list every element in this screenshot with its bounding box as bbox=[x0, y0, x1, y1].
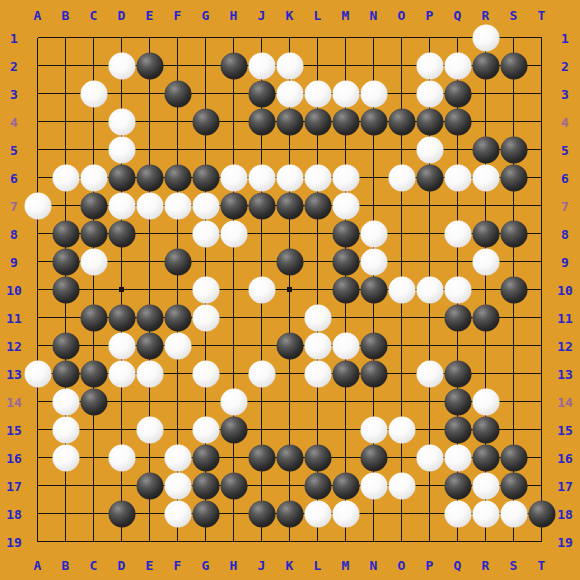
stone-white-N3 bbox=[360, 80, 387, 107]
stone-white-D7 bbox=[108, 192, 135, 219]
stone-black-D6 bbox=[108, 164, 135, 191]
col-label-bottom-K: K bbox=[286, 558, 294, 573]
row-label-left-18: 18 bbox=[6, 506, 22, 521]
col-label-bottom-L: L bbox=[314, 558, 322, 573]
stone-white-G11 bbox=[192, 304, 219, 331]
stone-black-M10 bbox=[332, 276, 359, 303]
stone-black-H2 bbox=[220, 52, 247, 79]
col-label-bottom-F: F bbox=[174, 558, 182, 573]
stone-black-C7 bbox=[80, 192, 107, 219]
stone-white-J10 bbox=[248, 276, 275, 303]
row-label-right-19: 19 bbox=[557, 534, 573, 549]
row-label-left-16: 16 bbox=[6, 450, 22, 465]
col-label-bottom-D: D bbox=[118, 558, 126, 573]
stone-black-Q11 bbox=[444, 304, 471, 331]
row-label-left-9: 9 bbox=[10, 254, 18, 269]
row-label-right-14: 14 bbox=[557, 394, 573, 409]
stone-white-D13 bbox=[108, 360, 135, 387]
stone-black-J7 bbox=[248, 192, 275, 219]
stone-white-M12 bbox=[332, 332, 359, 359]
col-label-bottom-N: N bbox=[370, 558, 378, 573]
stone-white-F7 bbox=[164, 192, 191, 219]
stone-black-C13 bbox=[80, 360, 107, 387]
stone-black-N4 bbox=[360, 108, 387, 135]
row-label-right-7: 7 bbox=[561, 198, 569, 213]
row-label-right-10: 10 bbox=[557, 282, 573, 297]
stone-white-D5 bbox=[108, 136, 135, 163]
stone-black-K12 bbox=[276, 332, 303, 359]
stone-white-G13 bbox=[192, 360, 219, 387]
col-label-bottom-B: B bbox=[62, 558, 70, 573]
stone-white-G10 bbox=[192, 276, 219, 303]
row-label-right-2: 2 bbox=[561, 58, 569, 73]
col-label-top-J: J bbox=[258, 8, 266, 23]
stone-black-J4 bbox=[248, 108, 275, 135]
stone-white-N15 bbox=[360, 416, 387, 443]
col-label-top-P: P bbox=[426, 8, 434, 23]
stone-white-P10 bbox=[416, 276, 443, 303]
row-label-left-10: 10 bbox=[6, 282, 22, 297]
stone-white-S18 bbox=[500, 500, 527, 527]
col-label-top-O: O bbox=[398, 8, 406, 23]
stone-white-N17 bbox=[360, 472, 387, 499]
stone-white-M3 bbox=[332, 80, 359, 107]
row-label-left-1: 1 bbox=[10, 30, 18, 45]
stone-white-L13 bbox=[304, 360, 331, 387]
stone-black-F11 bbox=[164, 304, 191, 331]
stone-black-H7 bbox=[220, 192, 247, 219]
stone-black-F6 bbox=[164, 164, 191, 191]
stone-black-S17 bbox=[500, 472, 527, 499]
stone-white-M18 bbox=[332, 500, 359, 527]
stone-black-L16 bbox=[304, 444, 331, 471]
stone-white-G7 bbox=[192, 192, 219, 219]
stone-black-B9 bbox=[52, 248, 79, 275]
stone-black-G17 bbox=[192, 472, 219, 499]
stone-black-L4 bbox=[304, 108, 331, 135]
stone-black-R15 bbox=[472, 416, 499, 443]
row-label-left-3: 3 bbox=[10, 86, 18, 101]
stone-black-S6 bbox=[500, 164, 527, 191]
stone-black-Q3 bbox=[444, 80, 471, 107]
stone-white-B6 bbox=[52, 164, 79, 191]
stone-white-P3 bbox=[416, 80, 443, 107]
stone-white-M6 bbox=[332, 164, 359, 191]
stone-white-J2 bbox=[248, 52, 275, 79]
stone-black-Q14 bbox=[444, 388, 471, 415]
row-label-left-17: 17 bbox=[6, 478, 22, 493]
stone-black-G18 bbox=[192, 500, 219, 527]
stone-black-Q4 bbox=[444, 108, 471, 135]
stone-white-Q2 bbox=[444, 52, 471, 79]
stone-black-R2 bbox=[472, 52, 499, 79]
stone-white-A13 bbox=[24, 360, 51, 387]
stone-black-J3 bbox=[248, 80, 275, 107]
row-label-left-2: 2 bbox=[10, 58, 18, 73]
stone-white-R9 bbox=[472, 248, 499, 275]
stone-white-H14 bbox=[220, 388, 247, 415]
stone-white-O6 bbox=[388, 164, 415, 191]
row-label-right-12: 12 bbox=[557, 338, 573, 353]
stone-white-H8 bbox=[220, 220, 247, 247]
row-label-right-1: 1 bbox=[561, 30, 569, 45]
stone-white-E13 bbox=[136, 360, 163, 387]
col-label-bottom-H: H bbox=[230, 558, 238, 573]
stone-black-N12 bbox=[360, 332, 387, 359]
stone-black-N13 bbox=[360, 360, 387, 387]
stone-black-Q17 bbox=[444, 472, 471, 499]
stone-white-K2 bbox=[276, 52, 303, 79]
stone-white-P5 bbox=[416, 136, 443, 163]
stone-black-M13 bbox=[332, 360, 359, 387]
stone-white-R1 bbox=[472, 24, 499, 51]
stone-white-M7 bbox=[332, 192, 359, 219]
row-label-left-5: 5 bbox=[10, 142, 18, 157]
row-label-right-8: 8 bbox=[561, 226, 569, 241]
row-label-right-15: 15 bbox=[557, 422, 573, 437]
col-label-top-H: H bbox=[230, 8, 238, 23]
row-label-right-3: 3 bbox=[561, 86, 569, 101]
stone-white-R18 bbox=[472, 500, 499, 527]
stone-black-H15 bbox=[220, 416, 247, 443]
stone-black-P4 bbox=[416, 108, 443, 135]
stone-white-R17 bbox=[472, 472, 499, 499]
col-label-bottom-Q: Q bbox=[454, 558, 462, 573]
stone-white-A7 bbox=[24, 192, 51, 219]
stone-black-G4 bbox=[192, 108, 219, 135]
row-label-right-9: 9 bbox=[561, 254, 569, 269]
stone-white-B16 bbox=[52, 444, 79, 471]
stone-white-K6 bbox=[276, 164, 303, 191]
col-label-top-C: C bbox=[90, 8, 98, 23]
stone-black-G16 bbox=[192, 444, 219, 471]
board-play-area[interactable] bbox=[0, 0, 580, 580]
stone-white-D12 bbox=[108, 332, 135, 359]
stone-white-P2 bbox=[416, 52, 443, 79]
stone-white-K3 bbox=[276, 80, 303, 107]
col-label-bottom-S: S bbox=[510, 558, 518, 573]
stone-black-Q13 bbox=[444, 360, 471, 387]
col-label-top-Q: Q bbox=[454, 8, 462, 23]
stone-black-K4 bbox=[276, 108, 303, 135]
col-label-top-F: F bbox=[174, 8, 182, 23]
stone-black-D11 bbox=[108, 304, 135, 331]
stone-black-H17 bbox=[220, 472, 247, 499]
stone-black-B8 bbox=[52, 220, 79, 247]
row-label-left-13: 13 bbox=[6, 366, 22, 381]
stone-white-J6 bbox=[248, 164, 275, 191]
stone-black-E12 bbox=[136, 332, 163, 359]
stone-white-Q6 bbox=[444, 164, 471, 191]
stone-black-S5 bbox=[500, 136, 527, 163]
col-label-bottom-R: R bbox=[482, 558, 490, 573]
stone-white-B15 bbox=[52, 416, 79, 443]
stone-black-Q15 bbox=[444, 416, 471, 443]
stone-black-E6 bbox=[136, 164, 163, 191]
stone-white-L18 bbox=[304, 500, 331, 527]
stone-white-C3 bbox=[80, 80, 107, 107]
stone-black-L7 bbox=[304, 192, 331, 219]
stone-black-N10 bbox=[360, 276, 387, 303]
col-label-top-K: K bbox=[286, 8, 294, 23]
row-label-right-16: 16 bbox=[557, 450, 573, 465]
row-label-left-14: 14 bbox=[6, 394, 22, 409]
row-label-right-13: 13 bbox=[557, 366, 573, 381]
row-label-left-11: 11 bbox=[6, 310, 22, 325]
stone-black-T18 bbox=[528, 500, 555, 527]
go-board: AABBCCDDEEFFGGHHJJKKLLMMNNOOPPQQRRSSTT11… bbox=[0, 0, 580, 580]
stone-black-S10 bbox=[500, 276, 527, 303]
col-label-top-T: T bbox=[538, 8, 546, 23]
stone-white-P16 bbox=[416, 444, 443, 471]
row-label-left-8: 8 bbox=[10, 226, 18, 241]
row-label-left-7: 7 bbox=[10, 198, 18, 213]
col-label-bottom-C: C bbox=[90, 558, 98, 573]
stone-black-P6 bbox=[416, 164, 443, 191]
stone-black-R5 bbox=[472, 136, 499, 163]
stone-black-R16 bbox=[472, 444, 499, 471]
stone-white-F16 bbox=[164, 444, 191, 471]
stone-white-L11 bbox=[304, 304, 331, 331]
col-label-top-L: L bbox=[314, 8, 322, 23]
stone-white-H6 bbox=[220, 164, 247, 191]
stone-white-D2 bbox=[108, 52, 135, 79]
stone-white-E15 bbox=[136, 416, 163, 443]
col-label-bottom-A: A bbox=[34, 558, 42, 573]
stone-black-O4 bbox=[388, 108, 415, 135]
stone-black-C8 bbox=[80, 220, 107, 247]
col-label-top-N: N bbox=[370, 8, 378, 23]
row-label-right-4: 4 bbox=[561, 114, 569, 129]
col-label-bottom-E: E bbox=[146, 558, 154, 573]
col-label-top-G: G bbox=[202, 8, 210, 23]
stone-black-S8 bbox=[500, 220, 527, 247]
stone-white-J13 bbox=[248, 360, 275, 387]
stone-black-K9 bbox=[276, 248, 303, 275]
stone-white-Q18 bbox=[444, 500, 471, 527]
stone-black-N16 bbox=[360, 444, 387, 471]
stone-white-D16 bbox=[108, 444, 135, 471]
row-label-left-15: 15 bbox=[6, 422, 22, 437]
col-label-top-B: B bbox=[62, 8, 70, 23]
col-label-bottom-T: T bbox=[538, 558, 546, 573]
stone-black-D18 bbox=[108, 500, 135, 527]
stone-black-C11 bbox=[80, 304, 107, 331]
stone-black-R11 bbox=[472, 304, 499, 331]
col-label-bottom-O: O bbox=[398, 558, 406, 573]
stone-black-E11 bbox=[136, 304, 163, 331]
stone-black-M9 bbox=[332, 248, 359, 275]
stone-white-Q10 bbox=[444, 276, 471, 303]
stone-white-N8 bbox=[360, 220, 387, 247]
stone-white-B14 bbox=[52, 388, 79, 415]
stone-white-O15 bbox=[388, 416, 415, 443]
stone-black-S16 bbox=[500, 444, 527, 471]
col-label-top-M: M bbox=[342, 8, 350, 23]
stone-black-M4 bbox=[332, 108, 359, 135]
row-label-right-17: 17 bbox=[557, 478, 573, 493]
col-label-bottom-G: G bbox=[202, 558, 210, 573]
row-label-left-4: 4 bbox=[10, 114, 18, 129]
row-label-left-12: 12 bbox=[6, 338, 22, 353]
row-label-right-5: 5 bbox=[561, 142, 569, 157]
stone-black-E2 bbox=[136, 52, 163, 79]
stone-black-B12 bbox=[52, 332, 79, 359]
stone-white-O10 bbox=[388, 276, 415, 303]
col-label-top-S: S bbox=[510, 8, 518, 23]
stone-white-G15 bbox=[192, 416, 219, 443]
stone-black-B13 bbox=[52, 360, 79, 387]
stone-white-Q8 bbox=[444, 220, 471, 247]
stone-white-L6 bbox=[304, 164, 331, 191]
col-label-top-D: D bbox=[118, 8, 126, 23]
stone-white-G8 bbox=[192, 220, 219, 247]
row-label-right-18: 18 bbox=[557, 506, 573, 521]
stone-white-F17 bbox=[164, 472, 191, 499]
stone-black-E17 bbox=[136, 472, 163, 499]
stone-white-Q16 bbox=[444, 444, 471, 471]
stone-white-P13 bbox=[416, 360, 443, 387]
stone-black-K7 bbox=[276, 192, 303, 219]
stone-white-R14 bbox=[472, 388, 499, 415]
row-label-left-6: 6 bbox=[10, 170, 18, 185]
stone-black-L17 bbox=[304, 472, 331, 499]
stone-white-E7 bbox=[136, 192, 163, 219]
stone-black-C14 bbox=[80, 388, 107, 415]
stone-black-S2 bbox=[500, 52, 527, 79]
row-label-right-6: 6 bbox=[561, 170, 569, 185]
row-label-right-11: 11 bbox=[557, 310, 573, 325]
stone-black-K16 bbox=[276, 444, 303, 471]
stone-white-D4 bbox=[108, 108, 135, 135]
col-label-top-A: A bbox=[34, 8, 42, 23]
stone-black-M8 bbox=[332, 220, 359, 247]
row-label-left-19: 19 bbox=[6, 534, 22, 549]
stone-white-C6 bbox=[80, 164, 107, 191]
stone-white-F12 bbox=[164, 332, 191, 359]
col-label-bottom-J: J bbox=[258, 558, 266, 573]
stone-white-F18 bbox=[164, 500, 191, 527]
stone-black-F3 bbox=[164, 80, 191, 107]
stone-black-M17 bbox=[332, 472, 359, 499]
col-label-bottom-M: M bbox=[342, 558, 350, 573]
stone-black-G6 bbox=[192, 164, 219, 191]
stone-white-R6 bbox=[472, 164, 499, 191]
stone-black-R8 bbox=[472, 220, 499, 247]
stone-white-L3 bbox=[304, 80, 331, 107]
stone-white-C9 bbox=[80, 248, 107, 275]
stone-black-K18 bbox=[276, 500, 303, 527]
stone-black-J18 bbox=[248, 500, 275, 527]
stone-black-J16 bbox=[248, 444, 275, 471]
stone-white-L12 bbox=[304, 332, 331, 359]
col-label-top-R: R bbox=[482, 8, 490, 23]
col-label-top-E: E bbox=[146, 8, 154, 23]
stone-black-B10 bbox=[52, 276, 79, 303]
stone-white-O17 bbox=[388, 472, 415, 499]
stone-black-F9 bbox=[164, 248, 191, 275]
stone-black-D8 bbox=[108, 220, 135, 247]
stone-white-N9 bbox=[360, 248, 387, 275]
col-label-bottom-P: P bbox=[426, 558, 434, 573]
